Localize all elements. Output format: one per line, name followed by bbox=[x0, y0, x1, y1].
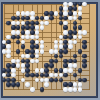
black-stone bbox=[49, 63, 54, 68]
white-stone bbox=[40, 49, 45, 54]
white-stone bbox=[78, 87, 83, 92]
white-stone bbox=[44, 82, 49, 87]
black-stone bbox=[78, 68, 83, 73]
black-stone bbox=[82, 44, 87, 49]
white-stone bbox=[44, 21, 49, 26]
black-stone bbox=[78, 49, 83, 54]
white-stone bbox=[68, 68, 73, 73]
black-stone bbox=[40, 87, 45, 92]
star-point bbox=[18, 75, 19, 76]
white-stone bbox=[40, 25, 45, 30]
white-stone bbox=[68, 44, 73, 49]
go-board[interactable] bbox=[3, 4, 96, 96]
white-stone bbox=[82, 2, 87, 7]
black-stone bbox=[82, 78, 87, 83]
white-stone bbox=[30, 87, 35, 92]
white-stone bbox=[73, 87, 78, 92]
black-stone bbox=[82, 63, 87, 68]
white-stone bbox=[25, 82, 30, 87]
white-stone bbox=[82, 30, 87, 35]
black-stone bbox=[63, 49, 68, 54]
go-game-screenshot bbox=[0, 0, 100, 100]
black-stone bbox=[21, 44, 26, 49]
